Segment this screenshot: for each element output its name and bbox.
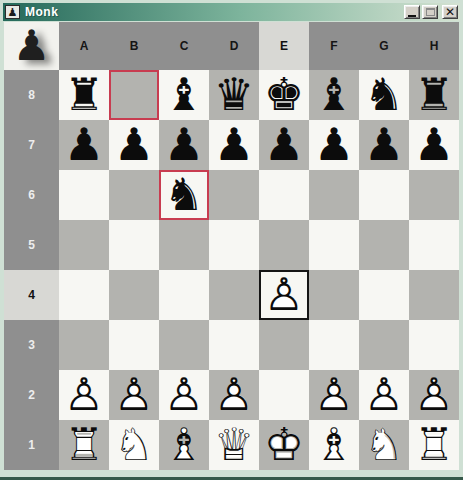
square-d5[interactable] [209, 220, 259, 270]
square-f5[interactable] [309, 220, 359, 270]
piece-white-pawn[interactable]: ♙ [359, 370, 409, 420]
minimize-icon [408, 15, 416, 17]
rank-label-5: 5 [4, 220, 59, 270]
square-h3[interactable] [409, 320, 459, 370]
piece-white-knight[interactable]: ♘ [359, 420, 409, 470]
square-a8[interactable]: ♜ [59, 70, 109, 120]
square-h4[interactable] [409, 270, 459, 320]
file-header-e: E [259, 22, 309, 70]
close-icon: ✕ [445, 6, 455, 18]
square-c6[interactable]: ♞ [159, 170, 209, 220]
square-g7[interactable]: ♟ [359, 120, 409, 170]
square-h6[interactable] [409, 170, 459, 220]
square-h2[interactable]: ♟♙ [409, 370, 459, 420]
piece-white-pawn[interactable]: ♙ [59, 370, 109, 420]
piece-white-queen[interactable]: ♕ [209, 420, 259, 470]
square-b1[interactable]: ♞♘ [109, 420, 159, 470]
piece-white-king[interactable]: ♔ [259, 420, 309, 470]
square-h5[interactable] [409, 220, 459, 270]
pawn-icon: ♟ [8, 7, 18, 18]
square-e5[interactable] [259, 220, 309, 270]
maximize-icon [426, 8, 435, 16]
close-button[interactable]: ✕ [442, 5, 458, 19]
square-a1[interactable]: ♜♖ [59, 420, 109, 470]
square-a2[interactable]: ♟♙ [59, 370, 109, 420]
rank-label-7: 7 [4, 120, 59, 170]
square-a3[interactable] [59, 320, 109, 370]
rank-label-6: 6 [4, 170, 59, 220]
minimize-button[interactable] [404, 5, 420, 19]
square-g2[interactable]: ♟♙ [359, 370, 409, 420]
square-d6[interactable] [209, 170, 259, 220]
piece-white-pawn[interactable]: ♙ [109, 370, 159, 420]
piece-white-pawn[interactable]: ♙ [409, 370, 459, 420]
piece-black-knight[interactable]: ♞ [159, 170, 209, 220]
piece-white-rook[interactable]: ♖ [59, 420, 109, 470]
square-c3[interactable] [159, 320, 209, 370]
piece-white-bishop[interactable]: ♗ [309, 420, 359, 470]
piece-white-pawn[interactable]: ♙ [309, 370, 359, 420]
square-d3[interactable] [209, 320, 259, 370]
square-c5[interactable] [159, 220, 209, 270]
square-f1[interactable]: ♝♗ [309, 420, 359, 470]
board-corner: ♟ [4, 22, 59, 70]
piece-white-rook[interactable]: ♖ [409, 420, 459, 470]
square-b2[interactable]: ♟♙ [109, 370, 159, 420]
square-a6[interactable] [59, 170, 109, 220]
piece-black-pawn[interactable]: ♟ [409, 120, 459, 170]
rank-label-8: 8 [4, 70, 59, 120]
square-f4[interactable] [309, 270, 359, 320]
piece-black-pawn[interactable]: ♟ [109, 120, 159, 170]
square-f3[interactable] [309, 320, 359, 370]
chess-board: ♟ABCDEFGH8♜♝♛♚♝♞♜7♟♟♟♟♟♟♟♟6♞54♟♙32♟♙♟♙♟♙… [4, 22, 459, 470]
maximize-button[interactable] [422, 5, 438, 19]
square-g3[interactable] [359, 320, 409, 370]
square-a7[interactable]: ♟ [59, 120, 109, 170]
piece-black-rook[interactable]: ♜ [409, 70, 459, 120]
piece-white-pawn[interactable]: ♙ [209, 370, 259, 420]
piece-white-pawn[interactable]: ♙ [259, 270, 309, 320]
file-header-c: C [159, 22, 209, 70]
square-b7[interactable]: ♟ [109, 120, 159, 170]
square-a5[interactable] [59, 220, 109, 270]
square-h1[interactable]: ♜♖ [409, 420, 459, 470]
piece-black-pawn[interactable]: ♟ [259, 120, 309, 170]
file-header-b: B [109, 22, 159, 70]
piece-black-knight[interactable]: ♞ [359, 70, 409, 120]
square-b5[interactable] [109, 220, 159, 270]
square-b6[interactable] [109, 170, 159, 220]
square-f6[interactable] [309, 170, 359, 220]
square-g1[interactable]: ♞♘ [359, 420, 409, 470]
piece-black-pawn[interactable]: ♟ [309, 120, 359, 170]
corner-pawn-figure: ♟ [13, 23, 51, 69]
file-header-d: D [209, 22, 259, 70]
file-header-h: H [409, 22, 459, 70]
square-d1[interactable]: ♛♕ [209, 420, 259, 470]
square-g6[interactable] [359, 170, 409, 220]
titlebar-buttons: ✕ [402, 5, 458, 19]
piece-white-knight[interactable]: ♘ [109, 420, 159, 470]
square-h7[interactable]: ♟ [409, 120, 459, 170]
square-g8[interactable]: ♞ [359, 70, 409, 120]
square-g5[interactable] [359, 220, 409, 270]
window-icon[interactable]: ♟ [5, 5, 20, 19]
piece-black-pawn[interactable]: ♟ [159, 120, 209, 170]
piece-black-queen[interactable]: ♛ [209, 70, 259, 120]
rank-label-3: 3 [4, 320, 59, 370]
piece-white-bishop[interactable]: ♗ [159, 420, 209, 470]
square-b4[interactable] [109, 270, 159, 320]
square-b8[interactable] [109, 70, 159, 120]
square-a4[interactable] [59, 270, 109, 320]
square-d7[interactable]: ♟ [209, 120, 259, 170]
rank-label-2: 2 [4, 370, 59, 420]
square-c8[interactable]: ♝ [159, 70, 209, 120]
rank-label-1: 1 [4, 420, 59, 470]
piece-black-king[interactable]: ♚ [259, 70, 309, 120]
square-e7[interactable]: ♟ [259, 120, 309, 170]
square-c7[interactable]: ♟ [159, 120, 209, 170]
square-e2[interactable] [259, 370, 309, 420]
square-h8[interactable]: ♜ [409, 70, 459, 120]
square-e8[interactable]: ♚ [259, 70, 309, 120]
square-c4[interactable] [159, 270, 209, 320]
piece-black-pawn[interactable]: ♟ [59, 120, 109, 170]
piece-white-pawn[interactable]: ♙ [159, 370, 209, 420]
square-c2[interactable]: ♟♙ [159, 370, 209, 420]
square-b3[interactable] [109, 320, 159, 370]
square-d8[interactable]: ♛ [209, 70, 259, 120]
file-header-f: F [309, 22, 359, 70]
square-f2[interactable]: ♟♙ [309, 370, 359, 420]
piece-black-pawn[interactable]: ♟ [209, 120, 259, 170]
window-title: Monk [25, 5, 402, 19]
square-e3[interactable] [259, 320, 309, 370]
piece-black-bishop[interactable]: ♝ [309, 70, 359, 120]
square-e1[interactable]: ♚♔ [259, 420, 309, 470]
piece-black-bishop[interactable]: ♝ [159, 70, 209, 120]
piece-black-pawn[interactable]: ♟ [359, 120, 409, 170]
square-e4[interactable]: ♟♙ [259, 270, 309, 320]
file-header-a: A [59, 22, 109, 70]
square-f7[interactable]: ♟ [309, 120, 359, 170]
file-header-g: G [359, 22, 409, 70]
square-f8[interactable]: ♝ [309, 70, 359, 120]
square-d4[interactable] [209, 270, 259, 320]
title-bar[interactable]: ♟ Monk ✕ [3, 3, 460, 21]
square-c1[interactable]: ♝♗ [159, 420, 209, 470]
square-d2[interactable]: ♟♙ [209, 370, 259, 420]
rank-label-4: 4 [4, 270, 59, 320]
piece-black-rook[interactable]: ♜ [59, 70, 109, 120]
square-g4[interactable] [359, 270, 409, 320]
square-e6[interactable] [259, 170, 309, 220]
